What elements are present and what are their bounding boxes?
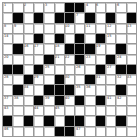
clue-number-25: 25 <box>45 65 49 68</box>
white-cell-r7c5[interactable]: 25 <box>44 65 53 74</box>
white-cell-r11c9[interactable] <box>85 106 94 115</box>
black-cell-r6c11 <box>106 55 115 64</box>
black-cell-r9c6 <box>55 85 64 94</box>
black-cell-r2c7 <box>65 13 74 22</box>
black-cell-r12c1 <box>3 116 12 125</box>
white-cell-r8c4[interactable]: 29 <box>34 75 43 84</box>
crossword-page: { "game": "crossword", "grid": { "rows":… <box>0 0 140 140</box>
clue-number-17: 17 <box>34 44 38 47</box>
white-cell-r8c5[interactable] <box>44 75 53 84</box>
white-cell-r1c2[interactable] <box>13 3 22 12</box>
black-cell-r1c7 <box>65 3 74 12</box>
white-cell-r1c1[interactable]: 1 <box>3 3 12 12</box>
clue-number-33: 33 <box>127 75 131 78</box>
black-cell-r12c7 <box>65 116 74 125</box>
white-cell-r2c8[interactable]: 7 <box>75 13 84 22</box>
white-cell-r6c7[interactable]: 22 <box>65 55 74 64</box>
white-cell-r13c10[interactable] <box>96 127 105 136</box>
black-cell-r5c9 <box>85 44 94 53</box>
white-cell-r1c9[interactable]: 4 <box>85 3 94 12</box>
clue-number-13: 13 <box>127 24 131 27</box>
black-cell-r5c8 <box>75 44 84 53</box>
white-cell-r5c5[interactable] <box>44 44 53 53</box>
white-cell-r10c13[interactable] <box>127 96 136 105</box>
clue-number-24: 24 <box>117 55 121 58</box>
black-cell-r10c10 <box>96 96 105 105</box>
white-cell-r11c2[interactable] <box>13 106 22 115</box>
clue-number-37: 37 <box>4 96 8 99</box>
white-cell-r6c9[interactable]: 23 <box>85 55 94 64</box>
black-cell-r5c12 <box>116 44 125 53</box>
black-cell-r10c6 <box>55 96 64 105</box>
clue-number-5: 5 <box>96 3 98 6</box>
white-cell-r7c9[interactable] <box>85 65 94 74</box>
white-cell-r12c2[interactable] <box>13 116 22 125</box>
crossword-grid: 1234567891011121314151617181920212223242… <box>2 2 137 137</box>
white-cell-r7c7[interactable] <box>65 65 74 74</box>
clue-number-30: 30 <box>65 75 69 78</box>
white-cell-r8c7[interactable]: 30 <box>65 75 74 84</box>
white-cell-r12c4[interactable] <box>34 116 43 125</box>
black-cell-r12c3 <box>24 116 33 125</box>
white-cell-r12c9[interactable] <box>85 116 94 125</box>
black-cell-r8c3 <box>24 75 33 84</box>
white-cell-r3c8[interactable] <box>75 24 84 33</box>
white-cell-r9c9[interactable]: 36 <box>85 85 94 94</box>
white-cell-r2c5[interactable] <box>44 13 53 22</box>
clue-number-46: 46 <box>4 127 8 130</box>
clue-number-1: 1 <box>4 3 6 6</box>
clue-number-12: 12 <box>107 24 111 27</box>
white-cell-r9c3[interactable]: 34 <box>24 85 33 94</box>
black-cell-r8c9 <box>85 75 94 84</box>
clue-number-47: 47 <box>76 127 80 130</box>
clue-number-23: 23 <box>86 55 90 58</box>
black-cell-r12c5 <box>44 116 53 125</box>
white-cell-r4c12[interactable] <box>116 34 125 43</box>
white-cell-r1c6[interactable] <box>55 3 64 12</box>
white-cell-r6c2[interactable] <box>13 55 22 64</box>
clue-number-42: 42 <box>117 96 121 99</box>
white-cell-r13c13[interactable] <box>127 127 136 136</box>
black-cell-r4c4 <box>34 34 43 43</box>
white-cell-r11c8[interactable] <box>75 106 84 115</box>
white-cell-r7c3[interactable] <box>24 65 33 74</box>
white-cell-r3c12[interactable] <box>116 24 125 33</box>
white-cell-r4c9[interactable] <box>85 34 94 43</box>
white-cell-r9c10[interactable] <box>96 85 105 94</box>
white-cell-r11c5[interactable] <box>44 106 53 115</box>
white-cell-r5c13[interactable] <box>127 44 136 53</box>
black-cell-r9c2 <box>13 85 22 94</box>
white-cell-r9c13[interactable] <box>127 85 136 94</box>
white-cell-r11c11[interactable] <box>106 106 115 115</box>
white-cell-r13c4[interactable] <box>34 127 43 136</box>
clue-number-28: 28 <box>4 75 8 78</box>
white-cell-r10c7[interactable]: 40 <box>65 96 74 105</box>
clue-number-15: 15 <box>107 34 111 37</box>
black-cell-r7c12 <box>116 65 125 74</box>
black-cell-r12c12 <box>116 116 125 125</box>
clue-number-31: 31 <box>96 75 100 78</box>
white-cell-r1c11[interactable] <box>106 3 115 12</box>
white-cell-r9c1[interactable] <box>3 85 12 94</box>
white-cell-r11c3[interactable] <box>24 106 33 115</box>
black-cell-r6c8 <box>75 55 84 64</box>
black-cell-r7c4 <box>34 65 43 74</box>
clue-number-38: 38 <box>14 96 18 99</box>
clue-number-2: 2 <box>24 3 26 6</box>
black-cell-r4c10 <box>96 34 105 43</box>
white-cell-r12c6[interactable] <box>55 116 64 125</box>
white-cell-r7c6[interactable] <box>55 65 64 74</box>
white-cell-r1c3[interactable]: 2 <box>24 3 33 12</box>
black-cell-r12c10 <box>96 116 105 125</box>
white-cell-r6c4[interactable] <box>34 55 43 64</box>
clue-number-21: 21 <box>55 55 59 58</box>
black-cell-r13c6 <box>55 127 64 136</box>
white-cell-r3c4[interactable] <box>34 24 43 33</box>
white-cell-r8c11[interactable] <box>106 75 115 84</box>
white-cell-r4c7[interactable] <box>65 34 74 43</box>
white-cell-r10c3[interactable] <box>24 96 33 105</box>
clue-number-26: 26 <box>76 65 80 68</box>
white-cell-r3c10[interactable] <box>96 24 105 33</box>
clue-number-41: 41 <box>107 96 111 99</box>
white-cell-r12c11[interactable] <box>106 116 115 125</box>
black-cell-r10c8 <box>75 96 84 105</box>
clue-number-8: 8 <box>4 24 6 27</box>
clue-number-3: 3 <box>45 3 47 6</box>
white-cell-r12c13[interactable] <box>127 116 136 125</box>
black-cell-r2c2 <box>13 13 22 22</box>
clue-number-22: 22 <box>65 55 69 58</box>
white-cell-r10c1[interactable]: 37 <box>3 96 12 105</box>
black-cell-r2c6 <box>55 13 64 22</box>
white-cell-r10c5[interactable]: 39 <box>44 96 53 105</box>
white-cell-r11c12[interactable] <box>116 106 125 115</box>
black-cell-r5c7 <box>65 44 74 53</box>
white-cell-r4c5[interactable] <box>44 34 53 43</box>
black-cell-r8c6 <box>55 75 64 84</box>
clue-number-32: 32 <box>117 75 121 78</box>
white-cell-r4c11[interactable]: 15 <box>106 34 115 43</box>
white-cell-r4c13[interactable] <box>127 34 136 43</box>
clue-number-11: 11 <box>86 24 90 27</box>
white-cell-r10c2[interactable]: 38 <box>13 96 22 105</box>
white-cell-r8c10[interactable]: 31 <box>96 75 105 84</box>
black-cell-r6c5 <box>44 55 53 64</box>
black-cell-r10c4 <box>34 96 43 105</box>
white-cell-r8c13[interactable]: 33 <box>127 75 136 84</box>
white-cell-r1c10[interactable]: 5 <box>96 3 105 12</box>
white-cell-r6c1[interactable]: 20 <box>3 55 12 64</box>
white-cell-r6c3[interactable] <box>24 55 33 64</box>
white-cell-r4c2[interactable] <box>13 34 22 43</box>
black-cell-r9c5 <box>44 85 53 94</box>
white-cell-r9c8[interactable]: 35 <box>75 85 84 94</box>
white-cell-r13c3[interactable] <box>24 127 33 136</box>
black-cell-r1c8 <box>75 3 84 12</box>
white-cell-r11c10[interactable] <box>96 106 105 115</box>
black-cell-r4c8 <box>75 34 84 43</box>
white-cell-r6c6[interactable]: 21 <box>55 55 64 64</box>
white-cell-r2c3[interactable] <box>24 13 33 22</box>
white-cell-r1c12[interactable]: 6 <box>116 3 125 12</box>
black-cell-r7c13 <box>127 65 136 74</box>
clue-number-35: 35 <box>76 85 80 88</box>
clue-number-4: 4 <box>86 3 88 6</box>
black-cell-r7c10 <box>96 65 105 74</box>
black-cell-r7c1 <box>3 65 12 74</box>
white-cell-r13c11[interactable] <box>106 127 115 136</box>
white-cell-r11c7[interactable] <box>65 106 74 115</box>
black-cell-r7c2 <box>13 65 22 74</box>
white-cell-r8c8[interactable] <box>75 75 84 84</box>
clue-number-40: 40 <box>65 96 69 99</box>
white-cell-r3c7[interactable]: 10 <box>65 24 74 33</box>
white-cell-r1c13[interactable] <box>127 3 136 12</box>
white-cell-r10c11[interactable]: 41 <box>106 96 115 105</box>
clue-number-20: 20 <box>4 55 8 58</box>
white-cell-r3c3[interactable] <box>24 24 33 33</box>
black-cell-r13c7 <box>65 127 74 136</box>
clue-number-18: 18 <box>55 44 59 47</box>
white-cell-r3c2[interactable]: 9 <box>13 24 22 33</box>
white-cell-r9c11[interactable] <box>106 85 115 94</box>
white-cell-r13c12[interactable] <box>116 127 125 136</box>
white-cell-r3c1[interactable]: 8 <box>3 24 12 33</box>
clue-number-27: 27 <box>107 65 111 68</box>
white-cell-r8c12[interactable]: 32 <box>116 75 125 84</box>
black-cell-r2c13 <box>127 13 136 22</box>
clue-number-43: 43 <box>4 106 8 109</box>
black-cell-r12c8 <box>75 116 84 125</box>
clue-number-34: 34 <box>24 85 28 88</box>
black-cell-r2c11 <box>106 13 115 22</box>
white-cell-r8c2[interactable] <box>13 75 22 84</box>
white-cell-r7c8[interactable]: 26 <box>75 65 84 74</box>
clue-number-10: 10 <box>65 24 69 27</box>
black-cell-r5c2 <box>13 44 22 53</box>
white-cell-r1c5[interactable]: 3 <box>44 3 53 12</box>
clue-number-39: 39 <box>45 96 49 99</box>
clue-number-29: 29 <box>34 75 38 78</box>
white-cell-r6c12[interactable]: 24 <box>116 55 125 64</box>
white-cell-r5c3[interactable]: 16 <box>24 44 33 53</box>
white-cell-r3c5[interactable] <box>44 24 53 33</box>
black-cell-r4c6 <box>55 34 64 43</box>
white-cell-r11c1[interactable]: 43 <box>3 106 12 115</box>
white-cell-r5c11[interactable] <box>106 44 115 53</box>
white-cell-r4c3[interactable] <box>24 34 33 43</box>
white-cell-r5c4[interactable]: 17 <box>34 44 43 53</box>
black-cell-r2c4 <box>34 13 43 22</box>
white-cell-r11c6[interactable]: 45 <box>55 106 64 115</box>
white-cell-r6c10[interactable] <box>96 55 105 64</box>
black-cell-r9c7 <box>65 85 74 94</box>
black-cell-r2c9 <box>85 13 94 22</box>
white-cell-r2c12[interactable] <box>116 13 125 22</box>
clue-number-44: 44 <box>34 106 38 109</box>
white-cell-r3c9[interactable]: 11 <box>85 24 94 33</box>
white-cell-r6c13[interactable] <box>127 55 136 64</box>
white-cell-r2c1[interactable] <box>3 13 12 22</box>
white-cell-r2c10[interactable] <box>96 13 105 22</box>
white-cell-r8c1[interactable]: 28 <box>3 75 12 84</box>
white-cell-r10c9[interactable] <box>85 96 94 105</box>
white-cell-r11c13[interactable] <box>127 106 136 115</box>
clue-number-7: 7 <box>76 13 78 16</box>
white-cell-r13c8[interactable]: 47 <box>75 127 84 136</box>
white-cell-r3c11[interactable]: 12 <box>106 24 115 33</box>
clue-number-16: 16 <box>24 44 28 47</box>
clue-number-36: 36 <box>86 85 90 88</box>
white-cell-r9c4[interactable] <box>34 85 43 94</box>
white-cell-r4c1[interactable]: 14 <box>3 34 12 43</box>
white-cell-r3c6[interactable] <box>55 24 64 33</box>
white-cell-r7c11[interactable]: 27 <box>106 65 115 74</box>
black-cell-r9c12 <box>116 85 125 94</box>
white-cell-r13c1[interactable]: 46 <box>3 127 12 136</box>
white-cell-r13c5[interactable] <box>44 127 53 136</box>
white-cell-r5c10[interactable]: 19 <box>96 44 105 53</box>
white-cell-r10c12[interactable]: 42 <box>116 96 125 105</box>
white-cell-r13c2[interactable] <box>13 127 22 136</box>
white-cell-r5c6[interactable]: 18 <box>55 44 64 53</box>
white-cell-r1c4[interactable] <box>34 3 43 12</box>
clue-number-6: 6 <box>117 3 119 6</box>
white-cell-r3c13[interactable]: 13 <box>127 24 136 33</box>
white-cell-r5c1[interactable] <box>3 44 12 53</box>
white-cell-r13c9[interactable] <box>85 127 94 136</box>
clue-number-14: 14 <box>4 34 8 37</box>
clue-number-45: 45 <box>55 106 59 109</box>
white-cell-r11c4[interactable]: 44 <box>34 106 43 115</box>
clue-number-19: 19 <box>96 44 100 47</box>
clue-number-9: 9 <box>14 24 16 27</box>
